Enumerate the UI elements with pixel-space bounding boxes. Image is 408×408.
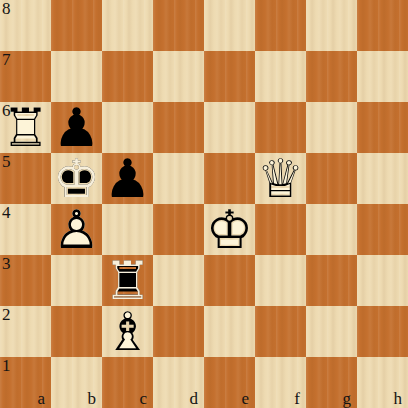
rank-label-1: 1	[2, 357, 11, 375]
square-f1[interactable]: f	[255, 357, 306, 408]
square-f3[interactable]	[255, 255, 306, 306]
black-pawn-solid-glyph: ♟	[102, 153, 153, 204]
file-label-f: f	[294, 390, 300, 408]
square-a8[interactable]: 8	[0, 0, 51, 51]
file-label-d: d	[190, 390, 199, 408]
square-g1[interactable]: g	[306, 357, 357, 408]
square-c5[interactable]: ♟	[102, 153, 153, 204]
square-c4[interactable]	[102, 204, 153, 255]
square-a2[interactable]: 2	[0, 306, 51, 357]
square-e8[interactable]	[204, 0, 255, 51]
square-f5[interactable]: ♛♕	[255, 153, 306, 204]
rank-label-4: 4	[2, 204, 11, 222]
square-f7[interactable]	[255, 51, 306, 102]
square-d8[interactable]	[153, 0, 204, 51]
square-h5[interactable]	[357, 153, 408, 204]
square-g3[interactable]	[306, 255, 357, 306]
white-bishop[interactable]: ♝♗	[102, 306, 153, 357]
square-e4[interactable]: ♚♔	[204, 204, 255, 255]
square-b4[interactable]: ♟♙	[51, 204, 102, 255]
square-b3[interactable]	[51, 255, 102, 306]
square-h3[interactable]	[357, 255, 408, 306]
square-d7[interactable]	[153, 51, 204, 102]
square-g8[interactable]	[306, 0, 357, 51]
square-d3[interactable]	[153, 255, 204, 306]
square-h4[interactable]	[357, 204, 408, 255]
square-h1[interactable]: h	[357, 357, 408, 408]
black-pawn[interactable]: ♟	[51, 102, 102, 153]
square-g6[interactable]	[306, 102, 357, 153]
rank-label-7: 7	[2, 51, 11, 69]
rank-label-3: 3	[2, 255, 11, 273]
square-e7[interactable]	[204, 51, 255, 102]
black-rook-detail-glyph: ♖	[102, 255, 153, 306]
square-h2[interactable]	[357, 306, 408, 357]
square-e3[interactable]	[204, 255, 255, 306]
black-king-detail-glyph: ♔	[51, 153, 102, 204]
white-bishop-outline-glyph: ♗	[102, 306, 153, 357]
file-label-e: e	[241, 390, 249, 408]
square-b7[interactable]	[51, 51, 102, 102]
square-b1[interactable]: b	[51, 357, 102, 408]
rank-label-5: 5	[2, 153, 11, 171]
square-f8[interactable]	[255, 0, 306, 51]
square-g4[interactable]	[306, 204, 357, 255]
white-pawn-outline-glyph: ♙	[51, 204, 102, 255]
square-h7[interactable]	[357, 51, 408, 102]
chess-board: 876♜♖♟5♚♔♟♛♕4♟♙♚♔3♜♖2♝♗1abcdefgh	[0, 0, 408, 408]
square-a7[interactable]: 7	[0, 51, 51, 102]
black-king[interactable]: ♚♔	[51, 153, 102, 204]
square-h6[interactable]	[357, 102, 408, 153]
square-d6[interactable]	[153, 102, 204, 153]
square-d2[interactable]	[153, 306, 204, 357]
square-c6[interactable]	[102, 102, 153, 153]
square-e2[interactable]	[204, 306, 255, 357]
white-queen[interactable]: ♛♕	[255, 153, 306, 204]
square-d5[interactable]	[153, 153, 204, 204]
file-label-c: c	[139, 390, 147, 408]
square-c7[interactable]	[102, 51, 153, 102]
square-b5[interactable]: ♚♔	[51, 153, 102, 204]
rank-label-8: 8	[2, 0, 11, 18]
square-a5[interactable]: 5	[0, 153, 51, 204]
file-label-h: h	[394, 390, 403, 408]
white-king[interactable]: ♚♔	[204, 204, 255, 255]
square-h8[interactable]	[357, 0, 408, 51]
square-g7[interactable]	[306, 51, 357, 102]
black-rook[interactable]: ♜♖	[102, 255, 153, 306]
square-a1[interactable]: 1a	[0, 357, 51, 408]
square-f6[interactable]	[255, 102, 306, 153]
square-a4[interactable]: 4	[0, 204, 51, 255]
rank-label-6: 6	[2, 102, 11, 120]
square-c1[interactable]: c	[102, 357, 153, 408]
square-b6[interactable]: ♟	[51, 102, 102, 153]
square-e1[interactable]: e	[204, 357, 255, 408]
square-a6[interactable]: 6♜♖	[0, 102, 51, 153]
black-pawn-solid-glyph: ♟	[51, 102, 102, 153]
square-g2[interactable]	[306, 306, 357, 357]
square-d4[interactable]	[153, 204, 204, 255]
square-e6[interactable]	[204, 102, 255, 153]
square-c2[interactable]: ♝♗	[102, 306, 153, 357]
square-b8[interactable]	[51, 0, 102, 51]
file-label-g: g	[343, 390, 352, 408]
file-label-a: a	[37, 390, 45, 408]
square-d1[interactable]: d	[153, 357, 204, 408]
white-queen-outline-glyph: ♕	[255, 153, 306, 204]
square-e5[interactable]	[204, 153, 255, 204]
rank-label-2: 2	[2, 306, 11, 324]
square-a3[interactable]: 3	[0, 255, 51, 306]
square-g5[interactable]	[306, 153, 357, 204]
square-c8[interactable]	[102, 0, 153, 51]
square-f4[interactable]	[255, 204, 306, 255]
square-f2[interactable]	[255, 306, 306, 357]
white-pawn[interactable]: ♟♙	[51, 204, 102, 255]
white-king-outline-glyph: ♔	[204, 204, 255, 255]
file-label-b: b	[88, 390, 97, 408]
square-b2[interactable]	[51, 306, 102, 357]
square-c3[interactable]: ♜♖	[102, 255, 153, 306]
black-pawn[interactable]: ♟	[102, 153, 153, 204]
